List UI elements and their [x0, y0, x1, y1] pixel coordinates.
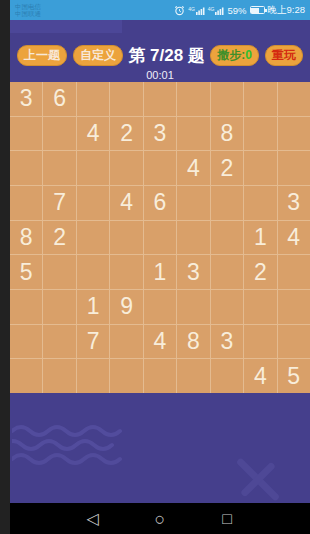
cell-r3c7[interactable]: 2: [211, 151, 243, 185]
cell-r3c5[interactable]: [144, 151, 176, 185]
cell-r4c8[interactable]: [244, 186, 276, 220]
cell-r7c1[interactable]: [10, 290, 42, 324]
cell-r9c4[interactable]: [110, 359, 142, 393]
cross-decoration: [230, 451, 286, 503]
lower-panel: [10, 393, 310, 503]
cell-r8c3[interactable]: 7: [77, 325, 109, 359]
waves-decoration: [12, 423, 150, 471]
cell-r5c6[interactable]: [177, 221, 209, 255]
cell-r2c8[interactable]: [244, 117, 276, 151]
undo-step-button[interactable]: 撤步:0: [210, 45, 259, 66]
previous-puzzle-button[interactable]: 上一题: [17, 45, 67, 66]
cell-r9c7[interactable]: [211, 359, 243, 393]
cell-r1c8[interactable]: [244, 82, 276, 116]
cell-r1c5[interactable]: [144, 82, 176, 116]
cell-r6c3[interactable]: [77, 255, 109, 289]
cell-r2c6[interactable]: [177, 117, 209, 151]
cell-r9c3[interactable]: [77, 359, 109, 393]
sudoku-board: 3642384274638214513219748345: [10, 82, 310, 393]
phone-screen: 中国电信 中国联通 4G 4G: [10, 0, 310, 534]
cell-r1c4[interactable]: [110, 82, 142, 116]
cell-r3c2[interactable]: [43, 151, 75, 185]
cell-r8c9[interactable]: [278, 325, 310, 359]
cell-r5c3[interactable]: [77, 221, 109, 255]
cell-r1c6[interactable]: [177, 82, 209, 116]
signal-4g-icon-2: 4G: [208, 6, 225, 15]
cell-r2c9[interactable]: [278, 117, 310, 151]
cell-r4c5[interactable]: 6: [144, 186, 176, 220]
cell-r9c9[interactable]: 5: [278, 359, 310, 393]
cell-r6c1[interactable]: 5: [10, 255, 42, 289]
cell-r8c2[interactable]: [43, 325, 75, 359]
cell-r2c7[interactable]: 8: [211, 117, 243, 151]
recents-icon[interactable]: □: [218, 511, 237, 527]
cell-r8c6[interactable]: 8: [177, 325, 209, 359]
cell-r9c8[interactable]: 4: [244, 359, 276, 393]
cell-r8c1[interactable]: [10, 325, 42, 359]
carrier-line-1: 中国电信: [15, 3, 41, 11]
cell-r1c7[interactable]: [211, 82, 243, 116]
cell-r1c9[interactable]: [278, 82, 310, 116]
cell-r7c6[interactable]: [177, 290, 209, 324]
cell-r8c7[interactable]: 3: [211, 325, 243, 359]
cell-r9c1[interactable]: [10, 359, 42, 393]
signal-4g-icon-1: 4G: [188, 6, 205, 15]
cell-r6c6[interactable]: 3: [177, 255, 209, 289]
undo-count: 0: [245, 48, 252, 62]
undo-label: 撤步:: [217, 48, 245, 62]
cell-r2c3[interactable]: 4: [77, 117, 109, 151]
carrier-labels: 中国电信 中国联通: [15, 3, 41, 18]
cell-r4c9[interactable]: 3: [278, 186, 310, 220]
app-toolbar: 上一题 自定义 第 7/28 题 撤步:0 重玩 00:01: [10, 20, 310, 82]
cell-r3c8[interactable]: [244, 151, 276, 185]
cell-r2c1[interactable]: [10, 117, 42, 151]
cell-r6c4[interactable]: [110, 255, 142, 289]
android-nav-bar: ◁ ○ □: [10, 503, 310, 534]
cell-r4c7[interactable]: [211, 186, 243, 220]
cell-r7c4[interactable]: 9: [110, 290, 142, 324]
cell-r1c1[interactable]: 3: [10, 82, 42, 116]
cell-r6c5[interactable]: 1: [144, 255, 176, 289]
cell-r2c5[interactable]: 3: [144, 117, 176, 151]
cell-r3c3[interactable]: [77, 151, 109, 185]
cell-r8c4[interactable]: [110, 325, 142, 359]
cell-r4c6[interactable]: [177, 186, 209, 220]
cell-r7c5[interactable]: [144, 290, 176, 324]
cell-r8c8[interactable]: [244, 325, 276, 359]
alarm-clock-icon: [174, 5, 185, 16]
toolbar-highlight-decoration: [10, 20, 122, 33]
cell-r7c8[interactable]: [244, 290, 276, 324]
cell-r4c4[interactable]: 4: [110, 186, 142, 220]
battery-percent: 59%: [227, 5, 246, 16]
cell-r9c6[interactable]: [177, 359, 209, 393]
carrier-line-2: 中国联通: [15, 10, 41, 18]
status-time: 晚上9:28: [268, 4, 306, 17]
cell-r5c9[interactable]: 4: [278, 221, 310, 255]
cell-r6c2[interactable]: [43, 255, 75, 289]
cell-r7c2[interactable]: [43, 290, 75, 324]
cell-r7c7[interactable]: [211, 290, 243, 324]
home-icon[interactable]: ○: [151, 510, 170, 528]
cell-r2c2[interactable]: [43, 117, 75, 151]
cell-r8c5[interactable]: 4: [144, 325, 176, 359]
cell-r2c4[interactable]: 2: [110, 117, 142, 151]
timer: 00:01: [10, 69, 310, 81]
cell-r4c1[interactable]: [10, 186, 42, 220]
cell-r6c8[interactable]: 2: [244, 255, 276, 289]
cell-r3c4[interactable]: [110, 151, 142, 185]
back-icon[interactable]: ◁: [84, 511, 103, 527]
custom-puzzle-button[interactable]: 自定义: [73, 45, 123, 66]
replay-button[interactable]: 重玩: [265, 45, 303, 66]
cell-r1c3[interactable]: [77, 82, 109, 116]
cell-r7c9[interactable]: [278, 290, 310, 324]
cell-r6c9[interactable]: [278, 255, 310, 289]
status-bar: 中国电信 中国联通 4G 4G: [10, 0, 310, 20]
cell-r3c1[interactable]: [10, 151, 42, 185]
battery-icon: [250, 6, 265, 14]
cell-r6c7[interactable]: [211, 255, 243, 289]
status-icons: 4G 4G 59% 晚上: [174, 4, 305, 17]
cell-r4c3[interactable]: [77, 186, 109, 220]
cell-r9c5[interactable]: [144, 359, 176, 393]
cell-r5c7[interactable]: [211, 221, 243, 255]
cell-r5c8[interactable]: 1: [244, 221, 276, 255]
cell-r1c2[interactable]: 6: [43, 82, 75, 116]
cell-r9c2[interactable]: [43, 359, 75, 393]
puzzle-number-title: 第 7/28 题: [123, 44, 210, 67]
cell-r5c4[interactable]: [110, 221, 142, 255]
network-type-label: 4G: [208, 6, 215, 12]
cell-r5c2[interactable]: 2: [43, 221, 75, 255]
cell-r7c3[interactable]: 1: [77, 290, 109, 324]
cell-r5c1[interactable]: 8: [10, 221, 42, 255]
cell-r5c5[interactable]: [144, 221, 176, 255]
cell-r4c2[interactable]: 7: [43, 186, 75, 220]
cell-r3c6[interactable]: 4: [177, 151, 209, 185]
network-type-label: 4G: [188, 6, 195, 12]
cell-r3c9[interactable]: [278, 151, 310, 185]
